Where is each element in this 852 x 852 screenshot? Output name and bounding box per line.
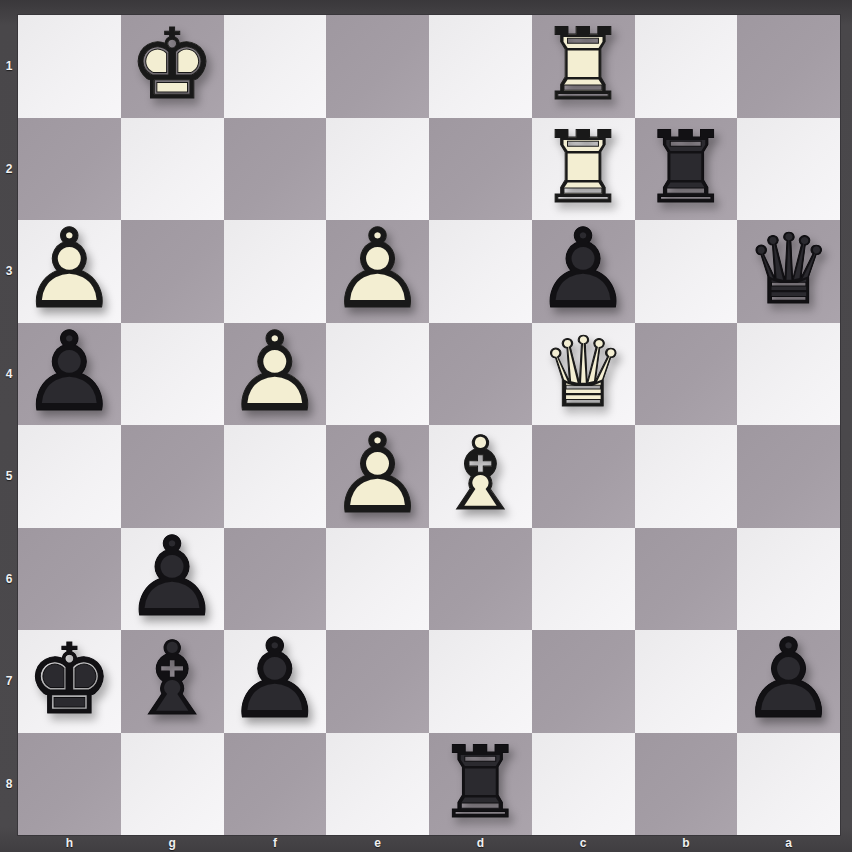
square-b8[interactable] bbox=[635, 733, 738, 836]
square-c5[interactable] bbox=[532, 425, 635, 528]
square-d6[interactable] bbox=[429, 528, 532, 631]
square-c1[interactable]: ♜♖ bbox=[532, 15, 635, 118]
square-a2[interactable] bbox=[737, 118, 840, 221]
rank-label-1: 1 bbox=[0, 59, 18, 73]
square-e3[interactable]: ♟♙ bbox=[326, 220, 429, 323]
rank-label-3: 3 bbox=[0, 264, 18, 278]
black-pawn-outline: ♙ bbox=[534, 214, 633, 324]
square-d1[interactable] bbox=[429, 15, 532, 118]
black-bishop-outline: ♗ bbox=[126, 628, 217, 730]
square-g6[interactable]: ♟♙ bbox=[121, 528, 224, 631]
square-c6[interactable] bbox=[532, 528, 635, 631]
square-h1[interactable] bbox=[18, 15, 121, 118]
rank-label-7: 7 bbox=[0, 674, 18, 688]
square-b3[interactable] bbox=[635, 220, 738, 323]
square-b2[interactable]: ♜♖ bbox=[635, 118, 738, 221]
white-pawn-outline: ♙ bbox=[328, 419, 427, 529]
square-f2[interactable] bbox=[224, 118, 327, 221]
black-king[interactable]: ♚♔ bbox=[18, 630, 121, 733]
white-queen[interactable]: ♛♕ bbox=[532, 323, 635, 426]
black-queen[interactable]: ♛♕ bbox=[737, 220, 840, 323]
black-queen-outline: ♕ bbox=[745, 221, 832, 318]
file-label-h: h bbox=[18, 836, 121, 850]
black-pawn-outline: ♙ bbox=[123, 522, 222, 632]
file-label-g: g bbox=[121, 836, 224, 850]
square-a7[interactable]: ♟♙ bbox=[737, 630, 840, 733]
black-king-outline: ♔ bbox=[26, 631, 113, 728]
square-c3[interactable]: ♟♙ bbox=[532, 220, 635, 323]
square-b7[interactable] bbox=[635, 630, 738, 733]
square-e8[interactable] bbox=[326, 733, 429, 836]
square-h7[interactable]: ♚♔ bbox=[18, 630, 121, 733]
square-a4[interactable] bbox=[737, 323, 840, 426]
square-e6[interactable] bbox=[326, 528, 429, 631]
black-bishop[interactable]: ♝♗ bbox=[121, 630, 224, 733]
square-f5[interactable] bbox=[224, 425, 327, 528]
file-label-a: a bbox=[737, 836, 840, 850]
white-pawn[interactable]: ♟♙ bbox=[224, 323, 327, 426]
file-label-b: b bbox=[635, 836, 738, 850]
square-h6[interactable] bbox=[18, 528, 121, 631]
square-d5[interactable]: ♝♗ bbox=[429, 425, 532, 528]
square-d3[interactable] bbox=[429, 220, 532, 323]
black-pawn-outline: ♙ bbox=[739, 624, 838, 734]
square-g3[interactable] bbox=[121, 220, 224, 323]
square-d8[interactable]: ♜♖ bbox=[429, 733, 532, 836]
black-pawn[interactable]: ♟♙ bbox=[121, 528, 224, 631]
file-label-e: e bbox=[326, 836, 429, 850]
file-label-f: f bbox=[224, 836, 327, 850]
rank-label-6: 6 bbox=[0, 572, 18, 586]
rank-label-2: 2 bbox=[0, 162, 18, 176]
square-d2[interactable] bbox=[429, 118, 532, 221]
black-pawn-outline: ♙ bbox=[20, 317, 119, 427]
white-pawn-outline: ♙ bbox=[328, 214, 427, 324]
file-label-d: d bbox=[429, 836, 532, 850]
white-pawn-outline: ♙ bbox=[226, 317, 325, 427]
square-g4[interactable] bbox=[121, 323, 224, 426]
square-e5[interactable]: ♟♙ bbox=[326, 425, 429, 528]
square-g1[interactable]: ♚♔ bbox=[121, 15, 224, 118]
chessboard-frame: ♚♔♜♖♜♖♜♖♟♙♟♙♟♙♛♕♟♙♟♙♛♕♟♙♝♗♟♙♚♔♝♗♟♙♟♙♜♖ 1… bbox=[0, 0, 852, 852]
square-a5[interactable] bbox=[737, 425, 840, 528]
square-a8[interactable] bbox=[737, 733, 840, 836]
square-b6[interactable] bbox=[635, 528, 738, 631]
square-c4[interactable]: ♛♕ bbox=[532, 323, 635, 426]
white-rook-outline: ♖ bbox=[539, 117, 628, 216]
rank-label-4: 4 bbox=[0, 367, 18, 381]
square-h4[interactable]: ♟♙ bbox=[18, 323, 121, 426]
black-pawn[interactable]: ♟♙ bbox=[224, 630, 327, 733]
white-queen-outline: ♕ bbox=[540, 323, 627, 420]
square-a1[interactable] bbox=[737, 15, 840, 118]
square-d4[interactable] bbox=[429, 323, 532, 426]
square-c7[interactable] bbox=[532, 630, 635, 733]
square-b1[interactable] bbox=[635, 15, 738, 118]
black-rook[interactable]: ♜♖ bbox=[635, 118, 738, 221]
black-rook[interactable]: ♜♖ bbox=[429, 733, 532, 836]
black-rook-outline: ♖ bbox=[641, 117, 730, 216]
white-king-outline: ♔ bbox=[129, 16, 216, 113]
square-g2[interactable] bbox=[121, 118, 224, 221]
black-rook-outline: ♖ bbox=[436, 732, 525, 831]
board: ♚♔♜♖♜♖♜♖♟♙♟♙♟♙♛♕♟♙♟♙♛♕♟♙♝♗♟♙♚♔♝♗♟♙♟♙♜♖ bbox=[18, 15, 840, 835]
white-king[interactable]: ♚♔ bbox=[121, 15, 224, 118]
square-f7[interactable]: ♟♙ bbox=[224, 630, 327, 733]
square-h8[interactable] bbox=[18, 733, 121, 836]
square-b4[interactable] bbox=[635, 323, 738, 426]
black-pawn[interactable]: ♟♙ bbox=[18, 323, 121, 426]
square-h5[interactable] bbox=[18, 425, 121, 528]
white-pawn[interactable]: ♟♙ bbox=[326, 425, 429, 528]
white-rook[interactable]: ♜♖ bbox=[532, 15, 635, 118]
square-b5[interactable] bbox=[635, 425, 738, 528]
square-f4[interactable]: ♟♙ bbox=[224, 323, 327, 426]
white-bishop[interactable]: ♝♗ bbox=[429, 425, 532, 528]
rank-label-8: 8 bbox=[0, 777, 18, 791]
square-g8[interactable] bbox=[121, 733, 224, 836]
square-d7[interactable] bbox=[429, 630, 532, 733]
square-f1[interactable] bbox=[224, 15, 327, 118]
white-bishop-outline: ♗ bbox=[435, 423, 526, 525]
black-pawn[interactable]: ♟♙ bbox=[737, 630, 840, 733]
square-g7[interactable]: ♝♗ bbox=[121, 630, 224, 733]
rank-label-5: 5 bbox=[0, 469, 18, 483]
square-e7[interactable] bbox=[326, 630, 429, 733]
file-label-c: c bbox=[532, 836, 635, 850]
square-e1[interactable] bbox=[326, 15, 429, 118]
square-f8[interactable] bbox=[224, 733, 327, 836]
square-a3[interactable]: ♛♕ bbox=[737, 220, 840, 323]
square-c8[interactable] bbox=[532, 733, 635, 836]
white-pawn[interactable]: ♟♙ bbox=[326, 220, 429, 323]
black-pawn[interactable]: ♟♙ bbox=[532, 220, 635, 323]
white-rook-outline: ♖ bbox=[539, 15, 628, 114]
black-pawn-outline: ♙ bbox=[226, 624, 325, 734]
